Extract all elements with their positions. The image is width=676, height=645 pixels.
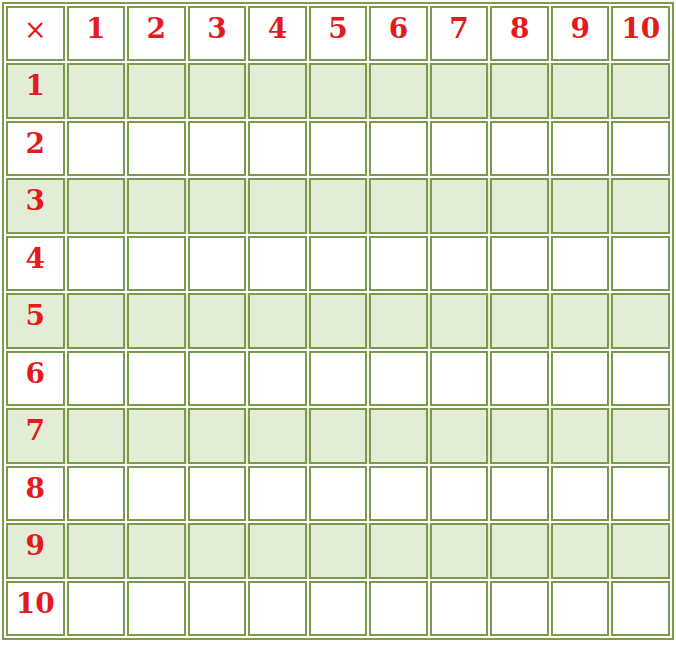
col-header-8: 8: [490, 6, 549, 61]
product-cell-2x7[interactable]: [430, 121, 489, 176]
product-cell-8x10[interactable]: [611, 466, 670, 521]
product-cell-5x8[interactable]: [490, 293, 549, 348]
product-cell-2x10[interactable]: [611, 121, 670, 176]
product-cell-9x7[interactable]: [430, 523, 489, 578]
table-row-9: 9: [6, 523, 670, 578]
product-cell-7x1[interactable]: [67, 408, 126, 463]
product-cell-8x1[interactable]: [67, 466, 126, 521]
product-cell-1x1[interactable]: [67, 63, 126, 118]
col-header-6: 6: [369, 6, 428, 61]
row-header-8: 8: [6, 466, 65, 521]
row-header-10: 10: [6, 581, 65, 636]
product-cell-6x8[interactable]: [490, 351, 549, 406]
table-row-1: 1: [6, 63, 670, 118]
table-row-2: 2: [6, 121, 670, 176]
product-cell-8x5[interactable]: [309, 466, 368, 521]
product-cell-8x9[interactable]: [551, 466, 610, 521]
product-cell-4x8[interactable]: [490, 236, 549, 291]
product-cell-3x9[interactable]: [551, 178, 610, 233]
product-cell-1x3[interactable]: [188, 63, 247, 118]
col-header-5: 5: [309, 6, 368, 61]
corner-operator-cell: ×: [6, 6, 65, 61]
product-cell-10x3[interactable]: [188, 581, 247, 636]
product-cell-7x4[interactable]: [248, 408, 307, 463]
table-row-8: 8: [6, 466, 670, 521]
product-cell-10x8[interactable]: [490, 581, 549, 636]
product-cell-7x2[interactable]: [127, 408, 186, 463]
product-cell-3x7[interactable]: [430, 178, 489, 233]
product-cell-8x4[interactable]: [248, 466, 307, 521]
product-cell-10x7[interactable]: [430, 581, 489, 636]
product-cell-3x4[interactable]: [248, 178, 307, 233]
product-cell-9x4[interactable]: [248, 523, 307, 578]
product-cell-3x3[interactable]: [188, 178, 247, 233]
product-cell-4x6[interactable]: [369, 236, 428, 291]
product-cell-10x2[interactable]: [127, 581, 186, 636]
product-cell-4x9[interactable]: [551, 236, 610, 291]
product-cell-5x6[interactable]: [369, 293, 428, 348]
table-row-6: 6: [6, 351, 670, 406]
product-cell-2x4[interactable]: [248, 121, 307, 176]
col-header-3: 3: [188, 6, 247, 61]
col-header-7: 7: [430, 6, 489, 61]
table-row-7: 7: [6, 408, 670, 463]
col-header-1: 1: [67, 6, 126, 61]
product-cell-2x5[interactable]: [309, 121, 368, 176]
product-cell-3x1[interactable]: [67, 178, 126, 233]
product-cell-6x7[interactable]: [430, 351, 489, 406]
product-cell-9x1[interactable]: [67, 523, 126, 578]
product-cell-8x3[interactable]: [188, 466, 247, 521]
product-cell-6x6[interactable]: [369, 351, 428, 406]
col-header-2: 2: [127, 6, 186, 61]
product-cell-2x9[interactable]: [551, 121, 610, 176]
product-cell-1x8[interactable]: [490, 63, 549, 118]
product-cell-7x10[interactable]: [611, 408, 670, 463]
product-cell-7x9[interactable]: [551, 408, 610, 463]
table-row-10: 10: [6, 581, 670, 636]
row-header-5: 5: [6, 293, 65, 348]
product-cell-7x8[interactable]: [490, 408, 549, 463]
product-cell-5x7[interactable]: [430, 293, 489, 348]
product-cell-3x6[interactable]: [369, 178, 428, 233]
product-cell-5x2[interactable]: [127, 293, 186, 348]
product-cell-10x10[interactable]: [611, 581, 670, 636]
col-header-9: 9: [551, 6, 610, 61]
product-cell-10x9[interactable]: [551, 581, 610, 636]
table-row-4: 4: [6, 236, 670, 291]
product-cell-5x9[interactable]: [551, 293, 610, 348]
col-header-10: 10: [611, 6, 670, 61]
product-cell-1x6[interactable]: [369, 63, 428, 118]
table-row-3: 3: [6, 178, 670, 233]
product-cell-3x10[interactable]: [611, 178, 670, 233]
product-cell-6x3[interactable]: [188, 351, 247, 406]
product-cell-5x4[interactable]: [248, 293, 307, 348]
product-cell-4x7[interactable]: [430, 236, 489, 291]
product-cell-5x3[interactable]: [188, 293, 247, 348]
product-cell-10x1[interactable]: [67, 581, 126, 636]
product-cell-3x8[interactable]: [490, 178, 549, 233]
product-cell-6x2[interactable]: [127, 351, 186, 406]
product-cell-10x6[interactable]: [369, 581, 428, 636]
product-cell-3x5[interactable]: [309, 178, 368, 233]
product-cell-1x10[interactable]: [611, 63, 670, 118]
table-row-5: 5: [6, 293, 670, 348]
product-cell-2x3[interactable]: [188, 121, 247, 176]
product-cell-1x2[interactable]: [127, 63, 186, 118]
product-cell-6x5[interactable]: [309, 351, 368, 406]
product-cell-1x9[interactable]: [551, 63, 610, 118]
multiplication-table-board: ×1234567891012345678910: [2, 2, 674, 640]
product-cell-1x5[interactable]: [309, 63, 368, 118]
product-cell-8x7[interactable]: [430, 466, 489, 521]
col-header-4: 4: [248, 6, 307, 61]
product-cell-10x4[interactable]: [248, 581, 307, 636]
product-cell-1x4[interactable]: [248, 63, 307, 118]
product-cell-2x1[interactable]: [67, 121, 126, 176]
row-header-1: 1: [6, 63, 65, 118]
product-cell-9x2[interactable]: [127, 523, 186, 578]
header-row: ×12345678910: [6, 6, 670, 61]
row-header-6: 6: [6, 351, 65, 406]
product-cell-10x5[interactable]: [309, 581, 368, 636]
product-cell-2x2[interactable]: [127, 121, 186, 176]
product-cell-4x1[interactable]: [67, 236, 126, 291]
product-cell-9x9[interactable]: [551, 523, 610, 578]
product-cell-9x3[interactable]: [188, 523, 247, 578]
row-header-7: 7: [6, 408, 65, 463]
product-cell-9x6[interactable]: [369, 523, 428, 578]
product-cell-4x2[interactable]: [127, 236, 186, 291]
product-cell-8x2[interactable]: [127, 466, 186, 521]
row-header-9: 9: [6, 523, 65, 578]
product-cell-2x8[interactable]: [490, 121, 549, 176]
product-cell-9x10[interactable]: [611, 523, 670, 578]
product-cell-6x4[interactable]: [248, 351, 307, 406]
product-cell-5x5[interactable]: [309, 293, 368, 348]
row-header-3: 3: [6, 178, 65, 233]
product-cell-5x10[interactable]: [611, 293, 670, 348]
row-header-4: 4: [6, 236, 65, 291]
product-cell-6x1[interactable]: [67, 351, 126, 406]
product-cell-7x3[interactable]: [188, 408, 247, 463]
product-cell-4x3[interactable]: [188, 236, 247, 291]
product-cell-6x10[interactable]: [611, 351, 670, 406]
product-cell-8x8[interactable]: [490, 466, 549, 521]
product-cell-4x4[interactable]: [248, 236, 307, 291]
product-cell-7x6[interactable]: [369, 408, 428, 463]
product-cell-9x8[interactable]: [490, 523, 549, 578]
row-header-2: 2: [6, 121, 65, 176]
product-cell-4x5[interactable]: [309, 236, 368, 291]
product-cell-6x9[interactable]: [551, 351, 610, 406]
product-cell-9x5[interactable]: [309, 523, 368, 578]
product-cell-5x1[interactable]: [67, 293, 126, 348]
product-cell-4x10[interactable]: [611, 236, 670, 291]
product-cell-7x5[interactable]: [309, 408, 368, 463]
product-cell-2x6[interactable]: [369, 121, 428, 176]
product-cell-8x6[interactable]: [369, 466, 428, 521]
product-cell-7x7[interactable]: [430, 408, 489, 463]
product-cell-3x2[interactable]: [127, 178, 186, 233]
product-cell-1x7[interactable]: [430, 63, 489, 118]
